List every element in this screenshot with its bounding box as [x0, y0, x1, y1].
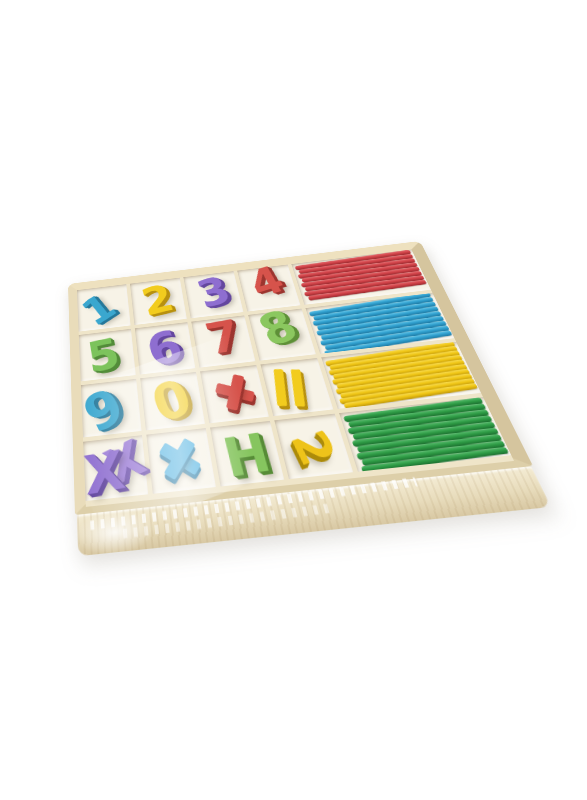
piece-digit-6: 6 — [141, 323, 188, 373]
compartment-r3c2: 0 — [140, 372, 205, 431]
piece-digit-1: 1 — [75, 288, 122, 332]
piece-operator-multiply-red-bar — [215, 382, 255, 401]
piece-operator-x-purple-back: X — [99, 433, 153, 494]
piece-operator-plus-blue-bar — [164, 437, 196, 479]
piece-digit-2-loose-yellow: 2 — [283, 425, 343, 471]
piece-digit-0: 0 — [146, 372, 198, 430]
stick-bundle-red — [295, 250, 428, 301]
compartment-r3c3 — [200, 365, 269, 423]
compartment-r2c4: 8 — [248, 309, 316, 361]
piece-operator-equals-yellow-bar — [291, 369, 305, 406]
compartment-r4c4: 2 — [274, 414, 353, 479]
piece-operator-multiply-red — [212, 371, 257, 414]
wooden-tray: 1234567890XXH2 — [68, 241, 553, 556]
piece-digit-5: 5 — [84, 332, 123, 379]
compartment-r1c3: 3 — [183, 271, 243, 318]
piece-digit-3: 3 — [192, 271, 236, 314]
piece-operator-x-purple-front: X — [81, 443, 128, 503]
stick-bundle-yellow — [325, 342, 478, 409]
compartment-r4c1: XX — [83, 435, 148, 501]
product-photo-canvas: 1234567890XXH2 — [0, 0, 587, 800]
stick-compartment-green — [339, 397, 511, 472]
piece-digit-9: 9 — [77, 380, 132, 441]
compartment-r2c1: 5 — [79, 329, 136, 382]
piece-digit-2: 2 — [138, 279, 179, 322]
tray-grid: 1234567890XXH2 — [77, 249, 514, 506]
piece-operator-equals-yellow — [273, 369, 305, 406]
piece-digit-4: 4 — [243, 260, 290, 303]
compartment-r1c1: 1 — [77, 284, 131, 331]
piece-digit-8: 8 — [251, 303, 304, 353]
compartment-r1c2: 2 — [130, 278, 187, 325]
compartment-r2c2: 6 — [135, 322, 196, 374]
piece-letter-h-green: H — [218, 426, 275, 485]
piece-operator-plus-blue-bar — [159, 442, 201, 475]
compartment-r4c2 — [146, 428, 216, 494]
piece-operator-equals-yellow-bar — [273, 369, 287, 406]
compartment-r3c4 — [260, 358, 333, 416]
compartment-r3c1: 9 — [81, 379, 142, 438]
stick-bundle-green — [343, 397, 509, 471]
piece-digit-7: 7 — [201, 313, 246, 360]
compartment-r4c3: H — [210, 421, 284, 487]
compartment-r1c4: 4 — [237, 265, 300, 312]
piece-operator-multiply-red-bar — [226, 374, 244, 411]
compartment-r2c3: 7 — [191, 315, 255, 367]
piece-operator-plus-blue — [151, 430, 208, 488]
